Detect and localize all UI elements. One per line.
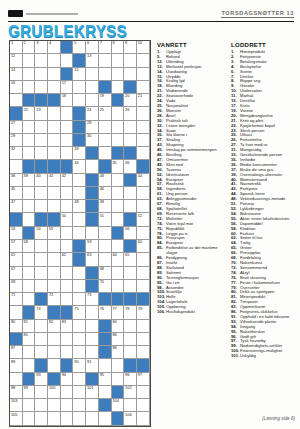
grid-cell: 100 (48, 386, 61, 399)
grid-cell (48, 107, 61, 120)
clue-text: Husflidsprodukt (166, 310, 228, 315)
grid-cell: 87 (10, 346, 23, 359)
blocked-cell (48, 306, 61, 319)
grid-cell (112, 187, 125, 200)
grid-cell: 4 (48, 41, 61, 54)
grid-cell: 73 (86, 293, 99, 306)
blocked-cell (73, 134, 86, 147)
grid-cell: 38 (10, 174, 23, 187)
grid-cell (48, 333, 61, 346)
grid-cell (23, 399, 36, 412)
solution-note: (Løsning side 6) (262, 416, 295, 421)
cell-number: 7 (100, 41, 102, 45)
grid-cell (137, 68, 150, 81)
grid-cell (35, 346, 48, 359)
grid-cell (137, 399, 150, 412)
grid-cell (99, 147, 112, 160)
grid-cell (124, 200, 137, 213)
grid-cell: 90 (73, 359, 86, 372)
grid-cell: 78 (124, 306, 137, 319)
grid-cell (86, 412, 99, 425)
grid-cell (48, 68, 61, 81)
grid-cell: 99 (23, 386, 36, 399)
grid-cell: 64 (112, 253, 125, 266)
grid-cell: 9 (124, 41, 137, 54)
cell-number: 79 (138, 307, 142, 311)
grid-cell (112, 200, 125, 213)
cell-number: 82 (49, 320, 53, 324)
grid-cell: 91 (86, 359, 99, 372)
cell-number: 94 (62, 373, 66, 377)
clue-number: 101. (231, 354, 240, 359)
cell-number: 86 (112, 333, 116, 337)
grid-cell (112, 81, 125, 94)
cell-number: 44 (138, 174, 142, 178)
down-clues-column: LODDRETT 1.Hveteprodukt2.Fortjeneste3.Be… (231, 42, 295, 359)
grid-cell (61, 147, 74, 160)
blocked-cell (35, 359, 48, 372)
grid-cell (23, 54, 36, 67)
grid-cell (48, 412, 61, 425)
cell-number: 53 (11, 227, 15, 231)
blocked-cell (99, 320, 112, 333)
cell-number: 61 (11, 253, 15, 257)
grid-cell: 13 (86, 54, 99, 67)
blocked-cell (48, 160, 61, 173)
grid-cell (23, 359, 36, 372)
grid-cell: 75 (73, 306, 86, 319)
cell-number: 78 (125, 307, 129, 311)
cell-number: 76 (100, 307, 104, 311)
grid-cell (86, 94, 99, 107)
grid-cell (61, 346, 74, 359)
cell-number: 21 (138, 94, 142, 98)
grid-cell: 72 (48, 293, 61, 306)
grid-cell: 24 (86, 107, 99, 120)
grid-cell: 69 (10, 280, 23, 293)
masthead-dateline (26, 13, 78, 15)
grid-cell (137, 267, 150, 280)
blocked-cell (112, 227, 125, 240)
blocked-cell (73, 107, 86, 120)
cell-number: 105 (11, 413, 18, 417)
grid-cell: 30 (86, 134, 99, 147)
clue-text: Uskyldig (240, 354, 295, 359)
grid-cell (48, 280, 61, 293)
cell-number: 27 (11, 121, 15, 125)
cell-number: 6 (87, 41, 89, 45)
grid-cell (86, 68, 99, 81)
grid-cell: 27 (10, 121, 23, 134)
clue-item: 101.Uskyldig (231, 354, 295, 359)
grid-cell: 80 (10, 320, 23, 333)
blocked-cell (86, 280, 99, 293)
grid-cell: 55 (48, 227, 61, 240)
cell-number: 28 (87, 121, 91, 125)
grid-cell (137, 333, 150, 346)
cell-number: 1 (11, 41, 13, 45)
grid-cell (35, 399, 48, 412)
cell-number: 36 (125, 161, 129, 165)
cell-number: 96 (125, 373, 129, 377)
cell-number: 32 (11, 147, 15, 151)
cell-number: 71 (11, 293, 15, 297)
cell-number: 19 (100, 94, 104, 98)
grid-cell (61, 121, 74, 134)
blocked-cell (61, 306, 74, 319)
cell-number: 35 (112, 161, 116, 165)
grid-cell: 17 (61, 81, 74, 94)
grid-cell: 25 (99, 107, 112, 120)
cell-number: 33 (74, 147, 78, 151)
cell-number: 25 (100, 108, 104, 112)
grid-cell (73, 213, 86, 226)
grid-cell (86, 399, 99, 412)
grid-cell (48, 267, 61, 280)
cell-number: 91 (87, 360, 91, 364)
grid-cell: 85 (23, 333, 36, 346)
blocked-cell (86, 200, 99, 213)
grid-cell (99, 386, 112, 399)
across-clues-column: VANRETT 1.Opplagt5.Rekord12.Utlending13.… (157, 42, 228, 315)
blocked-cell (124, 147, 137, 160)
cell-number: 40 (36, 174, 40, 178)
grid-cell: 61 (10, 253, 23, 266)
grid-cell: 6 (86, 41, 99, 54)
grid-cell (35, 54, 48, 67)
grid-cell (137, 81, 150, 94)
grid-cell (73, 373, 86, 386)
cell-number: 106 (125, 413, 132, 417)
blocked-cell (73, 121, 86, 134)
blocked-cell (124, 174, 137, 187)
blocked-cell (99, 81, 112, 94)
grid-cell (23, 187, 36, 200)
grid-cell (137, 200, 150, 213)
grid-cell: 84 (112, 320, 125, 333)
grid-cell (124, 134, 137, 147)
grid-cell (86, 333, 99, 346)
grid-cell (10, 94, 23, 107)
grid-cell (23, 293, 36, 306)
cell-number: 24 (87, 108, 91, 112)
grid-cell: 16 (10, 81, 23, 94)
blocked-cell (10, 107, 23, 120)
grid-cell (124, 320, 137, 333)
cell-number: 74 (36, 307, 40, 311)
cell-number: 81 (24, 320, 28, 324)
blocked-cell (10, 213, 23, 226)
grid-cell: 60 (137, 240, 150, 253)
blocked-cell (86, 213, 99, 226)
grid-cell (137, 320, 150, 333)
grid-cell: 93 (35, 373, 48, 386)
grid-cell: 46 (99, 187, 112, 200)
cell-number: 47 (11, 200, 15, 204)
grid-cell: 83 (61, 320, 74, 333)
blocked-cell (112, 94, 125, 107)
grid-cell (137, 253, 150, 266)
blocked-cell (23, 227, 36, 240)
cell-number: 102 (125, 386, 132, 390)
grid-cell: 88 (112, 346, 125, 359)
blocked-cell (112, 147, 125, 160)
grid-cell: 45 (10, 187, 23, 200)
grid-cell (23, 267, 36, 280)
grid-cell: 81 (23, 320, 36, 333)
grid-cell (86, 306, 99, 319)
grid-cell (112, 54, 125, 67)
grid-cell (48, 187, 61, 200)
grid-cell (137, 280, 150, 293)
clue-number: 106. (157, 310, 166, 315)
blocked-cell (99, 399, 112, 412)
grid-cell (48, 134, 61, 147)
grid-cell: 7 (99, 41, 112, 54)
grid-cell (61, 399, 74, 412)
cell-number: 55 (49, 227, 53, 231)
grid-cell: 28 (86, 121, 99, 134)
blocked-cell (124, 240, 137, 253)
grid-cell (73, 386, 86, 399)
grid-cell (23, 147, 36, 160)
blocked-cell (35, 94, 48, 107)
cell-number: 18 (62, 94, 66, 98)
grid-cell: 97 (137, 373, 150, 386)
grid-cell (35, 134, 48, 147)
grid-cell: 1 (10, 41, 23, 54)
down-clue-list: 1.Hveteprodukt2.Fortjeneste3.Betalingsmå… (231, 50, 295, 359)
grid-cell (124, 333, 137, 346)
grid-cell (48, 253, 61, 266)
grid-cell: 65 (124, 253, 137, 266)
grid-cell (73, 227, 86, 240)
grid-cell (73, 187, 86, 200)
cell-number: 73 (87, 293, 91, 297)
grid-cell: 26 (124, 107, 137, 120)
blocked-cell (99, 160, 112, 173)
cell-number: 34 (74, 161, 78, 165)
blocked-cell (35, 213, 48, 226)
grid-cell (48, 240, 61, 253)
cell-number: 13 (87, 54, 91, 58)
grid-cell (73, 94, 86, 107)
grid-cell (48, 54, 61, 67)
grid-cell: 50 (61, 213, 74, 226)
blocked-cell (99, 333, 112, 346)
cell-number: 97 (138, 373, 142, 377)
grid-cell (48, 200, 61, 213)
grid-cell (48, 399, 61, 412)
cell-number: 38 (11, 174, 15, 178)
grid-cell (124, 54, 137, 67)
cell-number: 43 (100, 174, 104, 178)
cell-number: 39 (24, 174, 28, 178)
cell-number: 22 (24, 108, 28, 112)
cell-number: 69 (11, 280, 15, 284)
cell-number: 12 (11, 54, 15, 58)
grid-cell: 98 (10, 386, 23, 399)
grid-cell: 76 (99, 306, 112, 319)
cell-number: 62 (62, 253, 66, 257)
grid-cell (99, 227, 112, 240)
grid-cell: 33 (73, 147, 86, 160)
grid-cell: 49 (99, 200, 112, 213)
grid-cell (61, 386, 74, 399)
grid-cell (48, 81, 61, 94)
cell-number: 10 (138, 41, 142, 45)
cell-number: 104 (112, 399, 119, 403)
grid-cell (112, 174, 125, 187)
cell-number: 65 (125, 253, 129, 257)
grid-cell (124, 187, 137, 200)
grid-cell (73, 333, 86, 346)
grid-cell: 57 (10, 240, 23, 253)
cell-number: 101 (87, 386, 94, 390)
grid-cell: 21 (137, 94, 150, 107)
grid-cell (73, 174, 86, 187)
grid-cell (23, 134, 36, 147)
cell-number: 23 (36, 108, 40, 112)
grid-cell: 43 (99, 174, 112, 187)
grid-cell (124, 68, 137, 81)
grid-cell: 95 (99, 373, 112, 386)
cell-number: 84 (112, 320, 116, 324)
grid-cell: 42 (61, 174, 74, 187)
grid-cell (23, 121, 36, 134)
grid-cell (35, 68, 48, 81)
grid-cell (137, 134, 150, 147)
grid-cell (61, 187, 74, 200)
grid-cell (23, 346, 36, 359)
grid-cell: 39 (23, 174, 36, 187)
grid-cell: 14 (10, 68, 23, 81)
grid-cell (35, 333, 48, 346)
blocked-cell (86, 147, 99, 160)
cell-number: 14 (11, 68, 15, 72)
grid-cell (35, 121, 48, 134)
grid-cell (35, 386, 48, 399)
grid-cell (23, 253, 36, 266)
cell-number: 67 (11, 267, 15, 271)
blocked-cell (86, 187, 99, 200)
grid-cell: 54 (35, 227, 48, 240)
grid-cell (112, 373, 125, 386)
blocked-cell (124, 213, 137, 226)
cell-number: 8 (112, 41, 114, 45)
grid-cell (137, 107, 150, 120)
cell-number: 9 (125, 41, 127, 45)
grid-cell (112, 267, 125, 280)
blocked-cell (124, 359, 137, 372)
crossword-grid: 1234567891012131415161718192021222324252… (9, 40, 151, 427)
grid-cell (137, 121, 150, 134)
grid-cell (48, 346, 61, 359)
blocked-cell (23, 306, 36, 319)
grid-cell (99, 121, 112, 134)
clue-item: 106.Husflidsprodukt (157, 310, 228, 315)
blocked-cell (23, 373, 36, 386)
grid-cell: 105 (10, 412, 23, 425)
cell-number: 64 (112, 253, 116, 257)
blocked-cell (48, 213, 61, 226)
grid-cell: 58 (23, 240, 36, 253)
cell-number: 41 (49, 174, 53, 178)
cell-number: 56 (125, 227, 129, 231)
grid-cell: 34 (73, 160, 86, 173)
grid-cell (35, 240, 48, 253)
cell-number: 93 (36, 373, 40, 377)
grid-cell: 53 (10, 227, 23, 240)
cell-number: 60 (138, 240, 142, 244)
grid-cell: 3 (35, 41, 48, 54)
cell-number: 3 (36, 41, 38, 45)
grid-cell (99, 134, 112, 147)
grid-cell: 44 (137, 174, 150, 187)
grid-cell (10, 160, 23, 173)
cell-number: 85 (24, 333, 28, 337)
blocked-cell (124, 81, 137, 94)
cell-number: 20 (125, 94, 129, 98)
grid-cell (23, 213, 36, 226)
cell-number: 59 (87, 240, 91, 244)
blocked-cell (61, 160, 74, 173)
blocked-cell (86, 174, 99, 187)
page-label: TORSDAGSNØTTER 13 (221, 10, 294, 18)
grid-cell (86, 227, 99, 240)
grid-cell: 32 (10, 147, 23, 160)
grid-cell (137, 187, 150, 200)
grid-cell (61, 267, 74, 280)
grid-cell: 2 (23, 41, 36, 54)
grid-cell: 82 (48, 320, 61, 333)
grid-cell: 62 (61, 253, 74, 266)
grid-cell (61, 240, 74, 253)
grid-cell: 41 (48, 174, 61, 187)
grid-cell: 10 (137, 41, 150, 54)
grid-cell (112, 213, 125, 226)
grid-cell: 52 (137, 213, 150, 226)
grid-cell: 77 (112, 306, 125, 319)
grid-cell (73, 81, 86, 94)
blocked-cell (137, 359, 150, 372)
grid-cell: 86 (112, 333, 125, 346)
cell-number: 52 (138, 214, 142, 218)
blocked-cell (112, 412, 125, 425)
blocked-cell (23, 94, 36, 107)
cell-number: 5 (74, 41, 76, 45)
grid-cell: 89 (10, 359, 23, 372)
grid-cell: 36 (124, 160, 137, 173)
blocked-cell (73, 253, 86, 266)
blocked-cell (112, 386, 125, 399)
grid-cell (23, 412, 36, 425)
blocked-cell (137, 293, 150, 306)
grid-cell: 29 (10, 134, 23, 147)
grid-cell: 8 (112, 41, 125, 54)
cell-number: 30 (87, 134, 91, 138)
grid-cell (35, 187, 48, 200)
grid-cell (99, 68, 112, 81)
grid-cell: 51 (99, 213, 112, 226)
grid-cell: 22 (23, 107, 36, 120)
grid-cell (61, 200, 74, 213)
cell-number: 51 (100, 214, 104, 218)
grid-cell (86, 160, 99, 173)
cell-number: 95 (100, 373, 104, 377)
cell-number: 98 (11, 386, 15, 390)
grid-cell (99, 253, 112, 266)
